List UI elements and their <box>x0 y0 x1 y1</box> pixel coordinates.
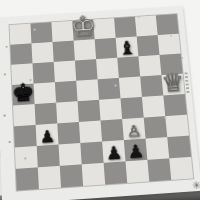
square-d6 <box>75 59 98 81</box>
square-g5 <box>140 75 163 97</box>
square-b6 <box>32 62 54 84</box>
vinyl-board-sheet: ♔♝♚♕♟♙♟♟ ✳ <box>0 6 200 200</box>
square-d8: ♔ <box>72 20 94 41</box>
square-f2: ♟ <box>124 139 148 162</box>
square-f8 <box>114 17 137 38</box>
square-g1 <box>147 158 171 181</box>
black-pawn: ♟ <box>105 144 122 163</box>
square-f6 <box>117 56 140 78</box>
square-f3: ♙ <box>122 118 145 140</box>
square-d5 <box>76 79 99 101</box>
square-d3 <box>79 121 102 144</box>
square-b1 <box>38 166 61 189</box>
square-e7 <box>95 38 118 59</box>
square-f7: ♝ <box>116 36 139 57</box>
square-g2 <box>146 137 170 160</box>
corner-ornament-icon: ✳ <box>191 180 200 192</box>
square-b3: ♟ <box>36 123 59 146</box>
square-d1 <box>82 163 105 186</box>
square-h4 <box>163 94 186 116</box>
square-e5 <box>98 78 121 100</box>
board-grid: ♔♝♚♕♟♙♟♟ <box>9 13 195 191</box>
square-g3 <box>144 116 168 138</box>
square-c6 <box>54 61 77 83</box>
square-f1 <box>126 160 150 183</box>
black-bishop: ♝ <box>118 38 137 57</box>
square-c5 <box>55 81 78 103</box>
white-pawn: ♙ <box>126 124 141 140</box>
square-d4 <box>78 100 101 122</box>
square-b5 <box>34 82 57 104</box>
black-pawn: ♟ <box>39 128 55 145</box>
black-pawn: ♟ <box>127 143 144 162</box>
square-h2 <box>167 136 191 159</box>
square-a5: ♚ <box>12 84 34 106</box>
square-c7 <box>53 41 75 62</box>
black-king: ♚ <box>11 80 35 106</box>
square-g8 <box>135 15 158 36</box>
chessboard-photo: ♔♝♚♕♟♙♟♟ ✳ <box>0 0 200 200</box>
square-a4 <box>13 104 36 126</box>
square-g6 <box>138 55 161 77</box>
square-g4 <box>142 95 165 117</box>
square-h5: ♕ <box>161 74 184 96</box>
square-c3 <box>57 122 80 145</box>
square-c1 <box>60 164 83 187</box>
square-b4 <box>35 103 58 125</box>
square-f4 <box>120 97 143 119</box>
square-d2 <box>80 142 103 165</box>
square-b8 <box>30 22 52 43</box>
square-c2 <box>59 143 82 166</box>
square-g7 <box>137 35 160 56</box>
square-a8 <box>9 24 31 45</box>
square-e2: ♟ <box>102 140 125 163</box>
square-h8 <box>156 14 179 35</box>
square-e3 <box>101 119 124 141</box>
square-e6 <box>96 58 119 80</box>
square-h3 <box>165 115 189 137</box>
square-b7 <box>31 42 53 63</box>
square-a7 <box>10 43 32 64</box>
square-d7 <box>74 39 96 60</box>
square-h1 <box>169 157 193 180</box>
square-e1 <box>104 161 128 184</box>
white-king: ♔ <box>70 12 97 40</box>
square-a1 <box>16 167 39 190</box>
square-f5 <box>119 76 142 98</box>
square-a3 <box>14 125 37 148</box>
square-e4 <box>99 98 122 120</box>
white-queen: ♕ <box>160 70 185 96</box>
square-a2 <box>15 146 38 169</box>
square-c4 <box>56 101 79 123</box>
square-b2 <box>37 144 60 167</box>
square-h7 <box>158 34 181 55</box>
